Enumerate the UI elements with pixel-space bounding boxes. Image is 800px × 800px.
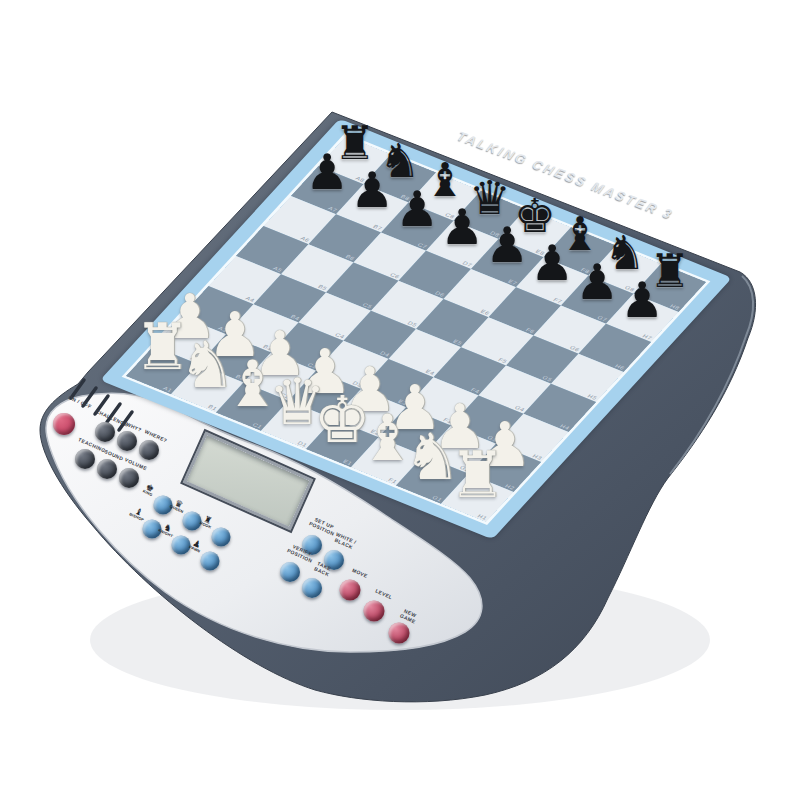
button-label: LEVEL bbox=[374, 587, 393, 600]
button-take-back[interactable] bbox=[302, 578, 322, 598]
button-level[interactable] bbox=[364, 601, 385, 622]
function-button-teaching[interactable] bbox=[75, 449, 95, 469]
power-label: ON / OFF bbox=[67, 394, 92, 410]
piece-button-icon-bishop: ♝BISHOP bbox=[128, 505, 148, 523]
function-button-why[interactable] bbox=[117, 431, 137, 451]
button-move[interactable] bbox=[340, 580, 361, 601]
function-button-challenge[interactable] bbox=[95, 422, 115, 442]
button-new-game[interactable] bbox=[389, 623, 410, 644]
chess-computer: { "game": "chess", "device": { "title": … bbox=[0, 0, 800, 800]
button-label: WHITE / BLACK bbox=[333, 531, 358, 551]
piece-button-icon-pawn: ♟PAWN bbox=[188, 538, 204, 555]
piece-button-icon-knight: ♞KNIGHT bbox=[157, 521, 177, 539]
piece-button-queen[interactable] bbox=[183, 512, 202, 531]
button-label: MOVE bbox=[351, 567, 368, 579]
function-button-where[interactable] bbox=[139, 440, 159, 460]
piece-button-icon-rook: ♜ROOK bbox=[199, 514, 215, 531]
piece-button-knight[interactable] bbox=[172, 536, 191, 555]
function-button-volume[interactable] bbox=[119, 468, 139, 488]
piece-button-icon-king: ♚KING bbox=[142, 482, 157, 498]
button-label: SET UP POSITION bbox=[308, 515, 338, 537]
button-verify-position[interactable] bbox=[280, 562, 300, 582]
function-button-sound[interactable] bbox=[97, 459, 117, 479]
piece-button-icon-queen: ♛QUEEN bbox=[169, 497, 187, 515]
piece-button-rook[interactable] bbox=[212, 528, 231, 547]
power-button[interactable] bbox=[53, 413, 75, 435]
piece-button-pawn[interactable] bbox=[201, 552, 220, 571]
control-panel: ON / OFFCHALLENGEWHY?WHERE?TEACHINGSOUND… bbox=[0, 0, 800, 800]
